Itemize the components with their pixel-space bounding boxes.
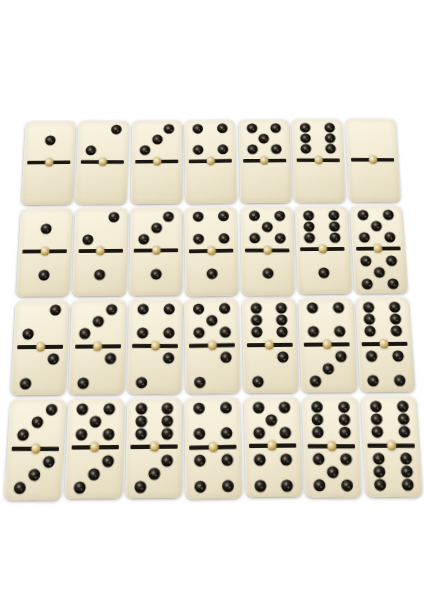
- pip: [312, 413, 324, 425]
- pip: [252, 376, 264, 387]
- domino-half-top-6: [242, 298, 297, 342]
- pip: [79, 328, 90, 339]
- pip: [369, 400, 381, 412]
- domino-half-top-4: [185, 119, 236, 159]
- domino-half-bottom-3: [65, 450, 123, 499]
- domino-half-top-4: [128, 299, 183, 343]
- pip: [277, 326, 288, 337]
- pip: [325, 144, 336, 154]
- pip: [151, 222, 162, 232]
- domino-0-0: [345, 119, 400, 202]
- domino-6-1: [295, 206, 352, 295]
- pip: [327, 466, 339, 478]
- domino-half-top-3: [8, 399, 66, 446]
- pip: [262, 268, 273, 279]
- pip: [387, 278, 399, 289]
- pip: [150, 269, 161, 280]
- pip: [383, 210, 394, 220]
- pip: [274, 233, 285, 243]
- pip: [194, 427, 206, 439]
- pip: [162, 455, 174, 467]
- pip: [310, 376, 322, 387]
- pip: [392, 351, 404, 362]
- pip: [335, 351, 347, 362]
- pip: [217, 144, 228, 154]
- pip: [162, 353, 173, 364]
- pip: [300, 123, 311, 133]
- pip: [137, 328, 148, 339]
- domino-half-top-5: [238, 119, 290, 158]
- pip: [253, 454, 265, 466]
- pip: [194, 377, 206, 389]
- pip: [364, 314, 376, 325]
- domino-half-top-0: [345, 119, 398, 158]
- domino-half-bottom-0: [239, 162, 292, 202]
- pip: [328, 221, 339, 231]
- pip: [391, 325, 403, 336]
- domino-6-2: [242, 298, 299, 392]
- pip: [220, 352, 232, 363]
- pip: [246, 124, 257, 134]
- pip: [217, 124, 228, 134]
- pip: [329, 232, 340, 242]
- pip: [308, 326, 320, 337]
- domino-half-top-2: [78, 121, 130, 160]
- domino-5-0: [238, 119, 291, 203]
- domino-half-top-5: [244, 396, 301, 443]
- pip: [300, 144, 311, 154]
- pip: [38, 270, 49, 281]
- pip: [163, 211, 174, 221]
- pip: [45, 136, 56, 146]
- domino-half-bottom-1: [185, 252, 239, 296]
- pip: [250, 303, 261, 314]
- pip: [276, 315, 287, 326]
- domino-half-bottom-0: [131, 163, 183, 203]
- pip: [303, 221, 314, 231]
- pip: [106, 304, 117, 315]
- domino-half-bottom-1: [129, 253, 182, 296]
- pip: [249, 211, 260, 221]
- pip: [148, 468, 160, 480]
- divider: [7, 445, 63, 450]
- pip: [374, 267, 386, 278]
- pip: [280, 426, 292, 438]
- pip: [42, 456, 54, 468]
- pip: [366, 351, 378, 362]
- pip: [261, 222, 272, 232]
- domino-half-top-6: [126, 397, 182, 444]
- pip: [277, 352, 289, 363]
- domino-half-bottom-1: [72, 253, 126, 296]
- domino-5-3: [65, 398, 124, 499]
- pip: [162, 415, 174, 427]
- pip: [276, 303, 287, 314]
- pip: [397, 413, 409, 425]
- pip: [340, 453, 352, 465]
- pip: [384, 232, 395, 242]
- pip: [194, 327, 205, 338]
- domino-half-top-3: [71, 300, 126, 344]
- domino-half-bottom-1: [241, 252, 295, 295]
- domino-half-bottom-2: [127, 348, 182, 393]
- domino-half-bottom-1: [296, 251, 351, 294]
- pip: [318, 267, 329, 278]
- pip: [152, 135, 163, 145]
- domino-half-bottom-3: [4, 451, 63, 499]
- pip: [371, 221, 382, 231]
- domino-half-top-5: [240, 206, 293, 247]
- pip: [399, 453, 411, 465]
- pip: [394, 375, 406, 386]
- pip: [370, 413, 382, 425]
- domino-half-bottom-4: [357, 346, 415, 392]
- pip: [83, 234, 94, 244]
- pip: [219, 303, 230, 314]
- pip: [105, 353, 116, 364]
- domino-board: [5, 118, 423, 499]
- pip: [13, 482, 25, 494]
- pip: [40, 223, 51, 233]
- pip: [163, 328, 174, 339]
- domino-5-1: [240, 206, 294, 294]
- domino-half-bottom-4: [185, 449, 243, 498]
- pip: [218, 233, 229, 244]
- domino-half-bottom-5: [304, 448, 362, 496]
- pip: [193, 304, 204, 315]
- pip: [206, 315, 217, 326]
- pip: [338, 401, 350, 413]
- pip: [162, 427, 174, 439]
- domino-3-2: [69, 300, 126, 395]
- pip: [49, 305, 61, 316]
- pip: [271, 123, 282, 133]
- pip: [390, 314, 402, 325]
- pip: [311, 401, 323, 413]
- pip: [247, 144, 258, 154]
- pip: [193, 233, 204, 244]
- pip: [322, 364, 334, 375]
- pip: [47, 354, 59, 365]
- domino-2-1: [72, 207, 127, 296]
- domino-3-3: [4, 399, 66, 500]
- domino-half-top-4: [185, 397, 242, 445]
- domino-4-3: [298, 298, 357, 392]
- domino-half-bottom-2: [243, 347, 299, 393]
- pip: [138, 234, 149, 244]
- pip: [108, 212, 119, 222]
- pip: [134, 481, 146, 493]
- pip: [338, 414, 350, 426]
- pip: [86, 146, 97, 156]
- domino-4-4: [185, 397, 243, 499]
- domino-half-top-3: [130, 207, 183, 249]
- domino-4-2: [127, 299, 183, 393]
- pip: [135, 377, 147, 388]
- pip: [313, 453, 325, 465]
- pip: [135, 403, 147, 415]
- domino-half-top-6: [295, 206, 349, 248]
- pip: [139, 145, 150, 155]
- domino-half-top-6: [302, 396, 359, 443]
- pip: [111, 125, 122, 135]
- pip: [90, 416, 102, 428]
- domino-half-top-6: [292, 119, 344, 158]
- domino-half-bottom-0: [347, 162, 401, 202]
- pip: [324, 133, 335, 143]
- pip: [135, 428, 147, 440]
- divider: [304, 443, 360, 448]
- domino-5-2: [185, 298, 241, 393]
- pip: [78, 378, 90, 389]
- pip: [371, 426, 383, 438]
- pip: [324, 123, 335, 133]
- photo-background: [0, 0, 424, 600]
- pip: [312, 426, 324, 438]
- pip: [362, 279, 374, 290]
- pip: [303, 210, 314, 220]
- domino-half-top-4: [185, 206, 238, 248]
- pip: [162, 402, 173, 414]
- pip: [307, 303, 318, 314]
- pip: [218, 211, 229, 221]
- domino-half-top-5: [349, 205, 404, 247]
- pip: [389, 302, 401, 313]
- pip: [193, 211, 204, 221]
- pip: [373, 479, 385, 491]
- pip: [93, 316, 104, 327]
- pip: [400, 466, 412, 478]
- domino-half-top-1: [24, 121, 77, 160]
- pip: [219, 327, 230, 338]
- domino-1-1: [16, 208, 73, 297]
- domino-half-bottom-4: [245, 448, 303, 497]
- pip: [365, 326, 377, 337]
- pip: [195, 480, 207, 492]
- domino-half-bottom-0: [75, 164, 128, 204]
- pip: [334, 326, 346, 337]
- domino-half-bottom-0: [293, 162, 346, 202]
- domino-1-0: [21, 121, 76, 205]
- pip: [358, 210, 369, 220]
- domino-5-5: [349, 205, 407, 294]
- domino-6-6: [360, 396, 422, 496]
- domino-half-bottom-3: [300, 347, 357, 393]
- pip: [328, 210, 339, 220]
- pip: [271, 144, 282, 154]
- pip: [102, 455, 114, 467]
- domino-board-perspective: [5, 118, 423, 499]
- domino-half-top-2: [74, 207, 127, 249]
- pip: [281, 479, 293, 491]
- divider-line: [12, 446, 59, 450]
- pip: [368, 375, 380, 386]
- pip: [194, 454, 206, 466]
- divider-line: [245, 248, 289, 252]
- pip: [253, 427, 265, 439]
- pip: [221, 427, 233, 439]
- domino-half-bottom-6: [363, 448, 422, 496]
- pip: [19, 378, 31, 389]
- domino-4-1: [185, 206, 240, 295]
- domino-5-4: [244, 396, 303, 497]
- pip: [28, 469, 40, 481]
- domino-half-top-5: [185, 298, 240, 343]
- divider-line: [367, 443, 414, 447]
- pip: [363, 302, 375, 313]
- domino-2-0: [75, 121, 129, 204]
- domino-half-bottom-5: [352, 251, 408, 294]
- domino-half-top-4: [298, 298, 354, 342]
- domino-half-bottom-0: [21, 164, 74, 204]
- pip: [373, 466, 385, 478]
- domino-half-bottom-2: [185, 347, 241, 393]
- pip: [313, 479, 325, 491]
- pip: [279, 401, 291, 413]
- pip: [193, 402, 205, 414]
- divider: [241, 247, 294, 252]
- pip: [332, 302, 344, 313]
- pip: [341, 479, 353, 491]
- pip: [77, 403, 89, 415]
- pip: [103, 403, 115, 415]
- divider-line: [308, 443, 355, 447]
- pip: [300, 134, 311, 144]
- pip: [163, 304, 174, 315]
- domino-half-top-1: [19, 208, 73, 250]
- domino-half-bottom-3: [125, 449, 182, 498]
- pip: [45, 404, 57, 416]
- domino-6-5: [302, 396, 362, 496]
- pip: [359, 232, 370, 242]
- domino-4-0: [185, 119, 238, 203]
- pip: [249, 233, 260, 243]
- pip: [31, 416, 43, 428]
- pip: [164, 124, 174, 134]
- domino-half-bottom-2: [69, 349, 125, 395]
- pip: [207, 268, 218, 279]
- domino-3-0: [131, 120, 183, 204]
- pip: [88, 468, 100, 480]
- pip: [397, 426, 409, 438]
- domino-half-top-2: [13, 300, 69, 344]
- pip: [372, 453, 384, 465]
- pip: [76, 428, 88, 440]
- divider: [363, 442, 419, 447]
- pip: [22, 329, 34, 340]
- domino-half-bottom-1: [16, 254, 71, 297]
- domino-half-bottom-0: [185, 163, 237, 204]
- pip: [250, 315, 261, 326]
- pip: [280, 454, 292, 466]
- pip: [193, 124, 204, 134]
- domino-6-4: [355, 297, 415, 391]
- pip: [361, 256, 372, 267]
- pip: [74, 481, 86, 493]
- pip: [94, 269, 105, 280]
- pip: [252, 402, 264, 414]
- domino-2-2: [11, 300, 70, 395]
- pip: [193, 145, 204, 155]
- domino-6-0: [292, 119, 346, 202]
- pip: [401, 479, 413, 491]
- pip: [266, 414, 278, 426]
- domino-half-top-6: [355, 297, 412, 341]
- pip: [135, 415, 147, 427]
- pip: [304, 232, 315, 242]
- domino-half-bottom-2: [11, 349, 68, 395]
- pip: [259, 134, 270, 144]
- domino-6-3: [125, 397, 182, 498]
- domino-half-top-6: [360, 396, 418, 443]
- divider-line: [132, 344, 178, 348]
- pip: [17, 429, 29, 441]
- pip: [396, 400, 408, 412]
- pip: [220, 402, 232, 414]
- pip: [339, 426, 351, 438]
- pip: [103, 428, 115, 440]
- domino-half-top-3: [131, 120, 182, 159]
- pip: [251, 327, 262, 338]
- pip: [222, 480, 234, 492]
- pip: [386, 255, 398, 266]
- domino-half-top-5: [67, 398, 124, 445]
- pip: [274, 211, 285, 221]
- pip: [254, 480, 266, 492]
- pip: [137, 304, 148, 315]
- domino-3-1: [129, 207, 182, 296]
- pip: [221, 454, 233, 466]
